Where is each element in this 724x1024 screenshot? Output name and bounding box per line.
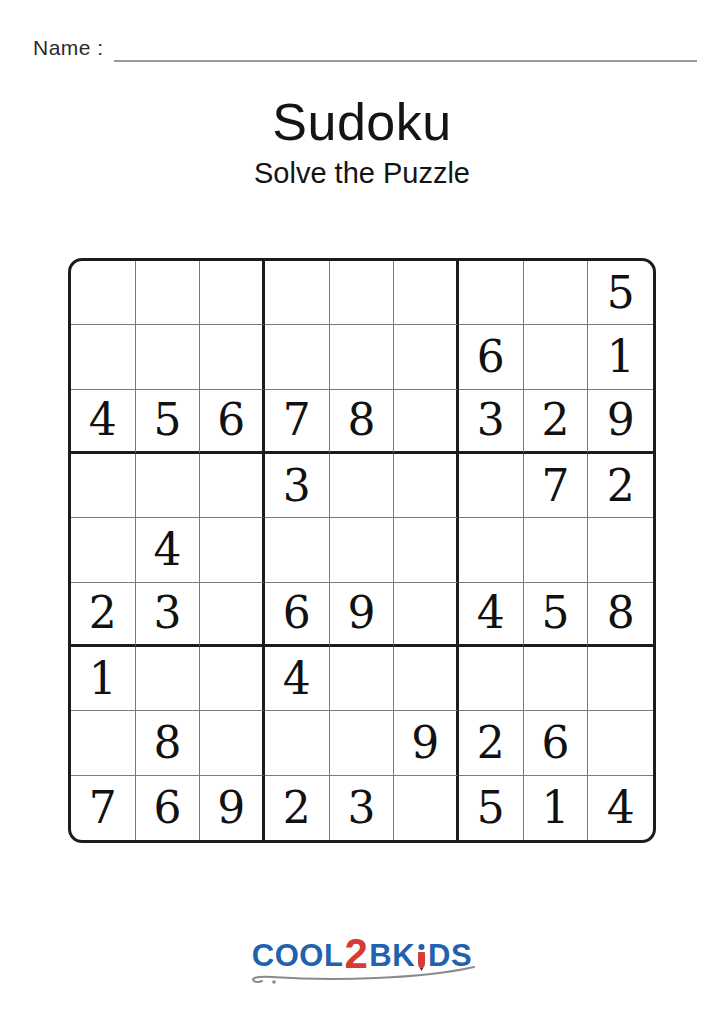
sudoku-cell-given: 2 [71,583,136,647]
sudoku-cell-empty[interactable] [394,261,459,325]
sudoku-cell-empty[interactable] [394,325,459,389]
sudoku-cell-given: 2 [588,454,653,518]
sudoku-cell-empty[interactable] [394,776,459,840]
sudoku-cell-empty[interactable] [71,518,136,582]
sudoku-cell-empty[interactable] [524,647,589,711]
sudoku-cell-empty[interactable] [588,647,653,711]
sudoku-cell-given: 8 [588,583,653,647]
sudoku-cell-given: 1 [524,776,589,840]
sudoku-cell-empty[interactable] [200,647,265,711]
sudoku-cell-empty[interactable] [265,261,330,325]
sudoku-cell-given: 8 [330,390,395,454]
sudoku-cell-given: 5 [136,390,201,454]
brand-logo-text: COOL2BK DS [252,938,472,971]
sudoku-cell-empty[interactable] [200,325,265,389]
sudoku-cell-empty[interactable] [330,711,395,775]
name-row: Name : [33,36,697,62]
sudoku-cell-empty[interactable] [394,583,459,647]
sudoku-cell-given: 6 [524,711,589,775]
sudoku-cell-given: 3 [330,776,395,840]
sudoku-cell-empty[interactable] [394,390,459,454]
sudoku-cell-given: 3 [265,454,330,518]
sudoku-cell-given: 4 [459,583,524,647]
name-label: Name : [33,36,104,62]
sudoku-cell-given: 2 [459,711,524,775]
sudoku-cell-empty[interactable] [524,261,589,325]
sudoku-cell-empty[interactable] [71,711,136,775]
sudoku-cell-empty[interactable] [459,454,524,518]
page-title: Sudoku [0,92,724,152]
page-subtitle: Solve the Puzzle [0,157,724,190]
sudoku-cell-empty[interactable] [71,325,136,389]
sudoku-cell-given: 9 [394,711,459,775]
brand-logo: COOL2BK DS [0,938,724,985]
sudoku-cell-empty[interactable] [200,454,265,518]
sudoku-cell-given: 4 [588,776,653,840]
sudoku-cell-given: 6 [200,390,265,454]
sudoku-cell-given: 1 [588,325,653,389]
sudoku-cell-given: 9 [588,390,653,454]
sudoku-cell-empty[interactable] [136,261,201,325]
sudoku-cell-empty[interactable] [394,518,459,582]
sudoku-cell-empty[interactable] [394,647,459,711]
sudoku-cell-given: 3 [136,583,201,647]
sudoku-cell-empty[interactable] [71,261,136,325]
logo-bk: BK [369,940,415,971]
sudoku-cell-empty[interactable] [200,261,265,325]
sudoku-cell-empty[interactable] [330,454,395,518]
sudoku-cell-given: 4 [136,518,201,582]
sudoku-cell-given: 6 [136,776,201,840]
sudoku-cell-given: 5 [524,583,589,647]
sudoku-cell-empty[interactable] [459,518,524,582]
sudoku-cell-empty[interactable] [265,518,330,582]
sudoku-cell-given: 2 [524,390,589,454]
sudoku-cell-empty[interactable] [265,325,330,389]
sudoku-cell-empty[interactable] [524,518,589,582]
sudoku-cell-empty[interactable] [136,325,201,389]
sudoku-cell-given: 4 [71,390,136,454]
sudoku-cell-given: 9 [330,583,395,647]
sudoku-cell-given: 5 [459,776,524,840]
sudoku-cell-empty[interactable] [588,518,653,582]
sudoku-cell-given: 7 [524,454,589,518]
sudoku-cell-empty[interactable] [200,583,265,647]
sudoku-cell-given: 5 [588,261,653,325]
sudoku-cell-given: 8 [136,711,201,775]
sudoku-cell-given: 2 [265,776,330,840]
logo-two: 2 [344,938,368,971]
sudoku-cell-empty[interactable] [394,454,459,518]
pencil-icon [416,944,427,971]
sudoku-cell-empty[interactable] [71,454,136,518]
sudoku-cell-empty[interactable] [330,261,395,325]
sudoku-cell-empty[interactable] [330,518,395,582]
sudoku-cell-given: 7 [265,390,330,454]
sudoku-cell-empty[interactable] [588,711,653,775]
sudoku-cell-given: 9 [200,776,265,840]
sudoku-cell-given: 1 [71,647,136,711]
sudoku-cell-given: 3 [459,390,524,454]
logo-cool: COOL [252,940,344,971]
sudoku-cell-given: 4 [265,647,330,711]
sudoku-cell-given: 7 [71,776,136,840]
sudoku-cell-empty[interactable] [459,647,524,711]
sudoku-cell-empty[interactable] [265,711,330,775]
sudoku-cell-empty[interactable] [330,647,395,711]
sudoku-grid: 561456783293724236945814892676923514 [68,258,656,843]
sudoku-cell-empty[interactable] [330,325,395,389]
sudoku-cell-empty[interactable] [200,711,265,775]
sudoku-cell-empty[interactable] [459,261,524,325]
sudoku-cell-empty[interactable] [200,518,265,582]
sudoku-cell-empty[interactable] [524,325,589,389]
logo-ds: DS [428,940,472,971]
sudoku-cell-empty[interactable] [136,647,201,711]
sudoku-cell-given: 6 [459,325,524,389]
sudoku-cell-empty[interactable] [136,454,201,518]
name-input-line[interactable] [114,36,697,62]
sudoku-cell-given: 6 [265,583,330,647]
